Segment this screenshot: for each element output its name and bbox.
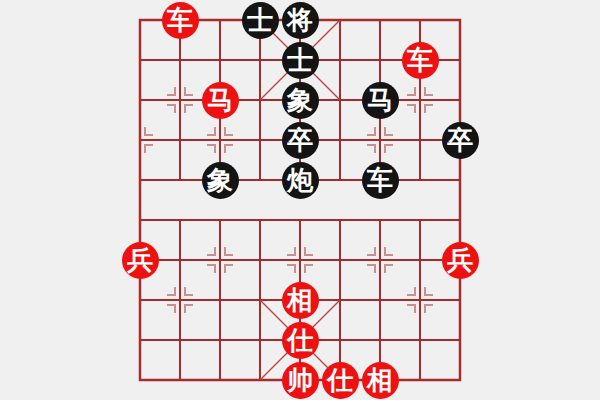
piece-black-horse[interactable]: 马 (362, 82, 399, 119)
piece-black-elephant[interactable]: 象 (282, 82, 319, 119)
piece-red-elephant[interactable]: 相 (282, 282, 319, 319)
piece-black-general[interactable]: 将 (282, 2, 319, 39)
piece-red-elephant[interactable]: 相 (362, 362, 399, 399)
piece-black-soldier[interactable]: 卒 (282, 122, 319, 159)
xiangqi-board: 车士将士车马象马卒卒象炮车兵兵相仕帅仕相 (120, 0, 480, 400)
piece-red-advisor[interactable]: 仕 (282, 322, 319, 359)
piece-red-horse[interactable]: 马 (202, 82, 239, 119)
piece-black-elephant[interactable]: 象 (202, 162, 239, 199)
piece-red-general[interactable]: 帅 (282, 362, 319, 399)
piece-black-advisor[interactable]: 士 (282, 42, 319, 79)
piece-black-cannon[interactable]: 炮 (282, 162, 319, 199)
piece-red-soldier[interactable]: 兵 (122, 242, 159, 279)
piece-grid: 车士将士车马象马卒卒象炮车兵兵相仕帅仕相 (120, 0, 480, 400)
piece-black-advisor[interactable]: 士 (242, 2, 279, 39)
piece-red-soldier[interactable]: 兵 (442, 242, 479, 279)
app-background: 车士将士车马象马卒卒象炮车兵兵相仕帅仕相 (0, 0, 600, 400)
piece-black-chariot[interactable]: 车 (362, 162, 399, 199)
piece-black-soldier[interactable]: 卒 (442, 122, 479, 159)
piece-red-chariot[interactable]: 车 (402, 42, 439, 79)
piece-red-chariot[interactable]: 车 (162, 2, 199, 39)
piece-red-advisor[interactable]: 仕 (322, 362, 359, 399)
